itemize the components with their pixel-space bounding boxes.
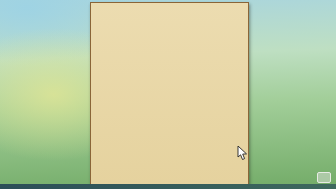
bottom-edge-strip	[0, 184, 336, 189]
board-grid-lines	[91, 3, 248, 186]
xiangqi-board[interactable]	[90, 2, 249, 187]
corner-overlay-box	[317, 172, 331, 183]
video-frame	[0, 0, 336, 189]
